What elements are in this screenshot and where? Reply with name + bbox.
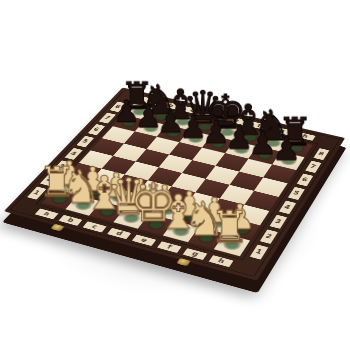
square-h7[interactable]: ♟	[272, 152, 304, 170]
label-file-a: a	[35, 208, 58, 219]
piece-white-rook-h1[interactable]: ♜	[201, 205, 257, 249]
label-rank-5: 5	[76, 136, 94, 147]
label-rank-3: 3	[269, 215, 287, 229]
label-rank-6: 6	[296, 174, 312, 187]
label-file-c: c	[83, 221, 107, 232]
board-squares: ♜♞♝♛♚♝♞♜♟♟♟♟♟♟♟♟♟♟♟♟♟♟♟♟♜♞♝♛♚♝♞♜	[42, 104, 313, 256]
square-a5[interactable]	[91, 138, 124, 156]
label-file-f: f	[158, 241, 182, 253]
label-rank-4: 4	[278, 201, 295, 214]
label-file-b: b	[59, 215, 82, 226]
label-file-h: h	[209, 255, 233, 267]
brass-clasp-left	[50, 224, 64, 232]
photo-scene: abcdefgh abcdefgh 87654321 87654321 ♜♞♝♛…	[0, 0, 350, 350]
label-file-d: d	[108, 228, 132, 239]
label-file-g: g	[183, 248, 207, 260]
label-file-e: e	[132, 234, 156, 245]
square-h1[interactable]: ♜	[214, 234, 250, 256]
brass-clasp-right	[176, 258, 190, 266]
label-rank-5: 5	[288, 187, 305, 200]
piece-black-pawn-h7[interactable]: ♟	[261, 132, 312, 164]
